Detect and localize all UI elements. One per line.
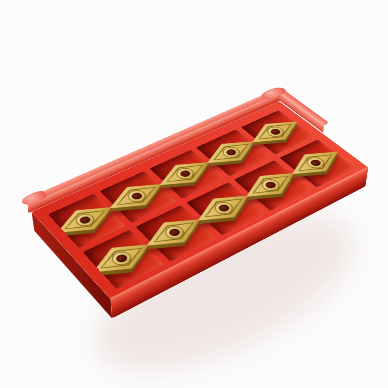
insert-center-hole bbox=[167, 227, 182, 237]
insert-center-boss bbox=[211, 199, 236, 216]
insert-top-face bbox=[100, 175, 171, 217]
insert-chipbreaker-groove bbox=[197, 192, 249, 224]
insert-side-face bbox=[48, 201, 122, 246]
carbide-insert bbox=[137, 210, 211, 256]
insert-top-face bbox=[137, 210, 211, 256]
carbide-insert bbox=[100, 175, 171, 217]
insert-center-boss bbox=[161, 223, 187, 241]
insert-center-hole bbox=[114, 253, 129, 264]
insert-inner-facet bbox=[200, 194, 247, 222]
insert-top-face bbox=[188, 187, 260, 231]
insert-chipbreaker-groove bbox=[58, 204, 112, 236]
compartment-r1-c2 bbox=[100, 171, 177, 223]
insert-center-hole bbox=[264, 180, 278, 189]
insert-center-boss bbox=[124, 188, 149, 204]
insert-chipbreaker-groove bbox=[147, 216, 201, 249]
insert-side-face bbox=[101, 178, 173, 221]
insert-center-hole bbox=[216, 203, 230, 213]
product-photo-scene bbox=[0, 0, 388, 388]
insert-inner-facet bbox=[113, 182, 160, 210]
insert-center-hole bbox=[129, 191, 143, 200]
insert-inner-facet bbox=[149, 217, 198, 247]
carbide-insert bbox=[83, 234, 160, 283]
insert-chipbreaker-groove bbox=[110, 181, 162, 212]
insert-center-hole bbox=[78, 215, 92, 225]
insert-center-boss bbox=[258, 177, 283, 193]
insert-center-boss bbox=[72, 211, 97, 228]
insert-center-boss bbox=[108, 249, 134, 268]
carbide-insert bbox=[188, 187, 260, 231]
insert-chipbreaker-groove bbox=[93, 241, 149, 276]
insert-inner-facet bbox=[60, 205, 109, 234]
compartment-r1-c1 bbox=[48, 193, 126, 248]
carbide-insert bbox=[281, 143, 348, 182]
insert-top-face bbox=[48, 198, 122, 243]
insert-inner-facet bbox=[96, 242, 147, 274]
insert-top-face bbox=[83, 234, 160, 283]
carbide-insert bbox=[48, 198, 122, 243]
insert-inner-facet bbox=[248, 171, 294, 198]
